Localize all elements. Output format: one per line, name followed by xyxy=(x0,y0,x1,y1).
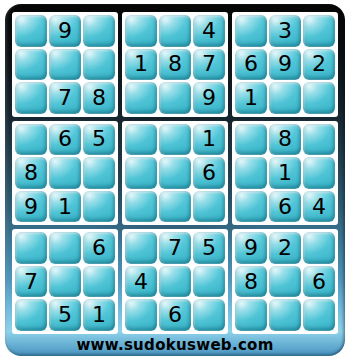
sudoku-cell-r9c9[interactable] xyxy=(303,299,335,331)
sudoku-cell-r4c4[interactable] xyxy=(125,124,157,156)
sudoku-cell-r2c2[interactable] xyxy=(49,49,81,81)
sudoku-cell-r9c5[interactable]: 6 xyxy=(159,299,191,331)
sudoku-cell-r7c7[interactable]: 9 xyxy=(235,232,267,264)
sudoku-box-bottom-left: 6751 xyxy=(12,229,118,334)
sudoku-cell-r2c1[interactable] xyxy=(15,49,47,81)
sudoku-cell-r3c6[interactable]: 9 xyxy=(193,82,225,114)
sudoku-cell-r8c1[interactable]: 7 xyxy=(15,266,47,298)
sudoku-widget: 978 41879 36921 65891 16 8164 6751 7546 … xyxy=(0,0,350,360)
sudoku-cell-r7c9[interactable] xyxy=(303,232,335,264)
board-frame: 978 41879 36921 65891 16 8164 6751 7546 … xyxy=(5,4,345,356)
sudoku-cell-r3c1[interactable] xyxy=(15,82,47,114)
sudoku-cell-r5c4[interactable] xyxy=(125,157,157,189)
sudoku-cell-r9c4[interactable] xyxy=(125,299,157,331)
sudoku-cell-r5c2[interactable] xyxy=(49,157,81,189)
sudoku-cell-r4c3[interactable]: 5 xyxy=(83,124,115,156)
sudoku-cell-r5c6[interactable]: 6 xyxy=(193,157,225,189)
sudoku-cell-r2c3[interactable] xyxy=(83,49,115,81)
sudoku-cell-r6c9[interactable]: 4 xyxy=(303,191,335,223)
sudoku-cell-r8c3[interactable] xyxy=(83,266,115,298)
sudoku-cell-r9c1[interactable] xyxy=(15,299,47,331)
sudoku-cell-r6c5[interactable] xyxy=(159,191,191,223)
sudoku-cell-r5c3[interactable] xyxy=(83,157,115,189)
sudoku-cell-r9c6[interactable] xyxy=(193,299,225,331)
sudoku-cell-r9c8[interactable] xyxy=(269,299,301,331)
sudoku-cell-r7c4[interactable] xyxy=(125,232,157,264)
footer: www.sudokusweb.com xyxy=(12,334,338,356)
sudoku-box-middle-right: 8164 xyxy=(232,121,338,226)
sudoku-cell-r7c3[interactable]: 6 xyxy=(83,232,115,264)
sudoku-cell-r3c2[interactable]: 7 xyxy=(49,82,81,114)
website-url[interactable]: www.sudokusweb.com xyxy=(76,336,273,354)
sudoku-cell-r2c4[interactable]: 1 xyxy=(125,49,157,81)
sudoku-cell-r5c1[interactable]: 8 xyxy=(15,157,47,189)
sudoku-cell-r1c1[interactable] xyxy=(15,15,47,47)
sudoku-cell-r6c8[interactable]: 6 xyxy=(269,191,301,223)
sudoku-cell-r9c3[interactable]: 1 xyxy=(83,299,115,331)
sudoku-cell-r7c8[interactable]: 2 xyxy=(269,232,301,264)
sudoku-cell-r3c5[interactable] xyxy=(159,82,191,114)
sudoku-box-top-center: 41879 xyxy=(122,12,228,117)
sudoku-cell-r4c8[interactable]: 8 xyxy=(269,124,301,156)
sudoku-cell-r5c9[interactable] xyxy=(303,157,335,189)
sudoku-cell-r3c3[interactable]: 8 xyxy=(83,82,115,114)
sudoku-box-top-left: 978 xyxy=(12,12,118,117)
sudoku-cell-r8c6[interactable] xyxy=(193,266,225,298)
sudoku-cell-r1c2[interactable]: 9 xyxy=(49,15,81,47)
sudoku-cell-r6c1[interactable]: 9 xyxy=(15,191,47,223)
sudoku-cell-r4c7[interactable] xyxy=(235,124,267,156)
sudoku-cell-r4c6[interactable]: 1 xyxy=(193,124,225,156)
sudoku-box-bottom-center: 7546 xyxy=(122,229,228,334)
sudoku-cell-r4c9[interactable] xyxy=(303,124,335,156)
sudoku-cell-r4c2[interactable]: 6 xyxy=(49,124,81,156)
sudoku-cell-r3c8[interactable] xyxy=(269,82,301,114)
sudoku-cell-r1c6[interactable]: 4 xyxy=(193,15,225,47)
sudoku-cell-r4c5[interactable] xyxy=(159,124,191,156)
sudoku-cell-r8c7[interactable]: 8 xyxy=(235,266,267,298)
sudoku-cell-r3c9[interactable] xyxy=(303,82,335,114)
sudoku-box-middle-center: 16 xyxy=(122,121,228,226)
sudoku-cell-r1c4[interactable] xyxy=(125,15,157,47)
sudoku-cell-r8c8[interactable] xyxy=(269,266,301,298)
sudoku-cell-r8c2[interactable] xyxy=(49,266,81,298)
sudoku-cell-r5c7[interactable] xyxy=(235,157,267,189)
sudoku-box-middle-left: 65891 xyxy=(12,121,118,226)
sudoku-cell-r7c1[interactable] xyxy=(15,232,47,264)
sudoku-cell-r1c3[interactable] xyxy=(83,15,115,47)
sudoku-cell-r5c5[interactable] xyxy=(159,157,191,189)
sudoku-cell-r1c7[interactable] xyxy=(235,15,267,47)
sudoku-cell-r1c8[interactable]: 3 xyxy=(269,15,301,47)
sudoku-cell-r1c5[interactable] xyxy=(159,15,191,47)
sudoku-cell-r2c7[interactable]: 6 xyxy=(235,49,267,81)
sudoku-cell-r5c8[interactable]: 1 xyxy=(269,157,301,189)
sudoku-cell-r6c7[interactable] xyxy=(235,191,267,223)
sudoku-box-top-right: 36921 xyxy=(232,12,338,117)
sudoku-cell-r2c5[interactable]: 8 xyxy=(159,49,191,81)
sudoku-cell-r2c9[interactable]: 2 xyxy=(303,49,335,81)
sudoku-cell-r1c9[interactable] xyxy=(303,15,335,47)
sudoku-cell-r4c1[interactable] xyxy=(15,124,47,156)
sudoku-cell-r8c9[interactable]: 6 xyxy=(303,266,335,298)
sudoku-cell-r8c4[interactable]: 4 xyxy=(125,266,157,298)
sudoku-cell-r7c5[interactable]: 7 xyxy=(159,232,191,264)
sudoku-cell-r9c2[interactable]: 5 xyxy=(49,299,81,331)
sudoku-cell-r2c8[interactable]: 9 xyxy=(269,49,301,81)
sudoku-box-bottom-right: 9286 xyxy=(232,229,338,334)
sudoku-cell-r2c6[interactable]: 7 xyxy=(193,49,225,81)
sudoku-cell-r7c2[interactable] xyxy=(49,232,81,264)
sudoku-cell-r9c7[interactable] xyxy=(235,299,267,331)
sudoku-cell-r7c6[interactable]: 5 xyxy=(193,232,225,264)
sudoku-cell-r6c3[interactable] xyxy=(83,191,115,223)
sudoku-cell-r3c4[interactable] xyxy=(125,82,157,114)
sudoku-cell-r6c4[interactable] xyxy=(125,191,157,223)
sudoku-cell-r3c7[interactable]: 1 xyxy=(235,82,267,114)
sudoku-cell-r8c5[interactable] xyxy=(159,266,191,298)
sudoku-cell-r6c6[interactable] xyxy=(193,191,225,223)
sudoku-cell-r6c2[interactable]: 1 xyxy=(49,191,81,223)
sudoku-board: 978 41879 36921 65891 16 8164 6751 7546 … xyxy=(12,12,338,334)
